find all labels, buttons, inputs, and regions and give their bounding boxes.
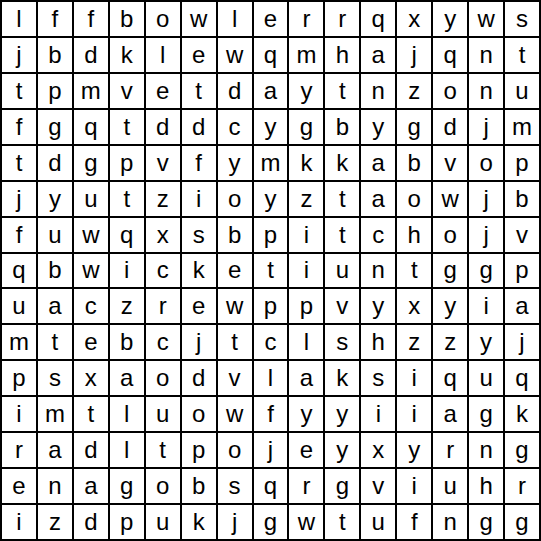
grid-cell[interactable]: n bbox=[432, 504, 468, 540]
grid-cell[interactable]: m bbox=[1, 324, 37, 360]
grid-cell[interactable]: a bbox=[432, 396, 468, 432]
grid-cell[interactable]: a bbox=[109, 360, 145, 396]
grid-cell[interactable]: l bbox=[109, 396, 145, 432]
grid-cell[interactable]: d bbox=[145, 109, 181, 145]
grid-cell[interactable]: u bbox=[37, 217, 73, 253]
grid-cell[interactable]: t bbox=[37, 324, 73, 360]
grid-cell[interactable]: o bbox=[145, 1, 181, 37]
grid-cell[interactable]: r bbox=[288, 1, 324, 37]
grid-cell[interactable]: x bbox=[145, 217, 181, 253]
grid-cell[interactable]: t bbox=[1, 73, 37, 109]
grid-cell[interactable]: f bbox=[181, 145, 217, 181]
grid-cell[interactable]: c bbox=[145, 324, 181, 360]
grid-cell[interactable]: a bbox=[73, 468, 109, 504]
grid-cell[interactable]: l bbox=[109, 432, 145, 468]
grid-cell[interactable]: j bbox=[217, 504, 253, 540]
grid-cell[interactable]: d bbox=[217, 73, 253, 109]
grid-cell[interactable]: l bbox=[145, 37, 181, 73]
grid-cell[interactable]: v bbox=[504, 217, 540, 253]
grid-cell[interactable]: n bbox=[37, 468, 73, 504]
grid-cell[interactable]: g bbox=[324, 468, 360, 504]
grid-cell[interactable]: z bbox=[109, 288, 145, 324]
grid-cell[interactable]: t bbox=[181, 73, 217, 109]
grid-cell[interactable]: g bbox=[468, 504, 504, 540]
grid-cell[interactable]: o bbox=[468, 145, 504, 181]
grid-cell[interactable]: j bbox=[396, 37, 432, 73]
grid-cell[interactable]: u bbox=[73, 181, 109, 217]
grid-cell[interactable]: g bbox=[396, 109, 432, 145]
grid-cell[interactable]: p bbox=[253, 217, 289, 253]
grid-cell[interactable]: b bbox=[37, 37, 73, 73]
grid-cell[interactable]: o bbox=[181, 396, 217, 432]
grid-cell[interactable]: u bbox=[360, 504, 396, 540]
grid-cell[interactable]: i bbox=[396, 396, 432, 432]
grid-cell[interactable]: y bbox=[432, 1, 468, 37]
grid-cell[interactable]: q bbox=[360, 1, 396, 37]
grid-cell[interactable]: c bbox=[360, 217, 396, 253]
grid-cell[interactable]: y bbox=[324, 432, 360, 468]
grid-cell[interactable]: i bbox=[468, 288, 504, 324]
grid-cell[interactable]: w bbox=[288, 504, 324, 540]
grid-cell[interactable]: r bbox=[1, 432, 37, 468]
grid-cell[interactable]: c bbox=[217, 109, 253, 145]
grid-cell[interactable]: u bbox=[324, 253, 360, 289]
grid-cell[interactable]: b bbox=[504, 181, 540, 217]
grid-cell[interactable]: e bbox=[253, 1, 289, 37]
grid-cell[interactable]: y bbox=[288, 73, 324, 109]
grid-cell[interactable]: z bbox=[432, 324, 468, 360]
grid-cell[interactable]: e bbox=[145, 73, 181, 109]
grid-cell[interactable]: t bbox=[324, 504, 360, 540]
grid-cell[interactable]: m bbox=[73, 73, 109, 109]
grid-cell[interactable]: k bbox=[109, 37, 145, 73]
grid-cell[interactable]: d bbox=[73, 37, 109, 73]
grid-cell[interactable]: a bbox=[288, 360, 324, 396]
grid-cell[interactable]: l bbox=[217, 1, 253, 37]
grid-cell[interactable]: i bbox=[288, 253, 324, 289]
grid-cell[interactable]: s bbox=[181, 217, 217, 253]
grid-cell[interactable]: z bbox=[396, 324, 432, 360]
grid-cell[interactable]: l bbox=[288, 324, 324, 360]
grid-cell[interactable]: g bbox=[37, 109, 73, 145]
grid-cell[interactable]: w bbox=[73, 217, 109, 253]
grid-cell[interactable]: i bbox=[288, 217, 324, 253]
grid-cell[interactable]: p bbox=[109, 145, 145, 181]
grid-cell[interactable]: m bbox=[37, 396, 73, 432]
grid-cell[interactable]: y bbox=[360, 288, 396, 324]
grid-cell[interactable]: k bbox=[181, 504, 217, 540]
grid-cell[interactable]: g bbox=[73, 145, 109, 181]
grid-cell[interactable]: v bbox=[145, 145, 181, 181]
grid-cell[interactable]: h bbox=[396, 217, 432, 253]
grid-cell[interactable]: d bbox=[181, 360, 217, 396]
grid-cell[interactable]: o bbox=[432, 73, 468, 109]
grid-cell[interactable]: q bbox=[432, 37, 468, 73]
grid-cell[interactable]: v bbox=[432, 145, 468, 181]
word-search-board: lffbowlerrqxywsjbdklewqmhajqnttpmvetdayt… bbox=[0, 0, 541, 541]
grid-cell[interactable]: m bbox=[253, 145, 289, 181]
grid-cell[interactable]: y bbox=[217, 145, 253, 181]
grid-cell[interactable]: o bbox=[145, 468, 181, 504]
grid-cell[interactable]: f bbox=[1, 109, 37, 145]
grid-cell[interactable]: p bbox=[109, 504, 145, 540]
grid-cell[interactable]: g bbox=[109, 468, 145, 504]
grid-cell[interactable]: o bbox=[396, 181, 432, 217]
grid-cell[interactable]: e bbox=[1, 468, 37, 504]
grid-cell[interactable]: y bbox=[468, 324, 504, 360]
grid-cell[interactable]: a bbox=[360, 37, 396, 73]
grid-cell[interactable]: e bbox=[181, 37, 217, 73]
grid-cell[interactable]: f bbox=[37, 1, 73, 37]
grid-cell[interactable]: a bbox=[37, 432, 73, 468]
grid-cell[interactable]: n bbox=[468, 73, 504, 109]
grid-cell[interactable]: w bbox=[468, 1, 504, 37]
grid-cell[interactable]: r bbox=[145, 288, 181, 324]
grid-cell[interactable]: b bbox=[109, 324, 145, 360]
grid-cell[interactable]: k bbox=[181, 253, 217, 289]
grid-cell[interactable]: w bbox=[73, 253, 109, 289]
grid-cell[interactable]: h bbox=[468, 468, 504, 504]
grid-cell[interactable]: t bbox=[145, 432, 181, 468]
grid-cell[interactable]: x bbox=[360, 432, 396, 468]
grid-cell[interactable]: t bbox=[504, 37, 540, 73]
grid-cell[interactable]: p bbox=[253, 288, 289, 324]
grid-cell[interactable]: p bbox=[288, 288, 324, 324]
grid-cell[interactable]: f bbox=[1, 217, 37, 253]
grid-cell[interactable]: i bbox=[1, 504, 37, 540]
grid-cell[interactable]: w bbox=[181, 1, 217, 37]
grid-cell[interactable]: o bbox=[217, 432, 253, 468]
grid-cell[interactable]: s bbox=[217, 468, 253, 504]
grid-cell[interactable]: g bbox=[468, 396, 504, 432]
grid-cell[interactable]: t bbox=[109, 181, 145, 217]
grid-cell[interactable]: f bbox=[73, 1, 109, 37]
grid-cell[interactable]: x bbox=[396, 1, 432, 37]
grid-cell[interactable]: p bbox=[37, 73, 73, 109]
grid-cell[interactable]: p bbox=[504, 145, 540, 181]
grid-cell[interactable]: s bbox=[504, 1, 540, 37]
grid-cell[interactable]: u bbox=[145, 504, 181, 540]
grid-cell[interactable]: t bbox=[1, 145, 37, 181]
grid-cell[interactable]: l bbox=[253, 360, 289, 396]
grid-cell[interactable]: t bbox=[324, 217, 360, 253]
grid-cell[interactable]: a bbox=[253, 73, 289, 109]
grid-cell[interactable]: j bbox=[1, 37, 37, 73]
grid-cell[interactable]: r bbox=[504, 468, 540, 504]
grid-cell[interactable]: b bbox=[37, 253, 73, 289]
grid-cell[interactable]: a bbox=[504, 288, 540, 324]
grid-cell[interactable]: y bbox=[360, 109, 396, 145]
grid-cell[interactable]: t bbox=[109, 109, 145, 145]
grid-cell[interactable]: i bbox=[396, 360, 432, 396]
grid-cell[interactable]: g bbox=[253, 504, 289, 540]
grid-cell[interactable]: y bbox=[37, 181, 73, 217]
grid-cell[interactable]: r bbox=[432, 432, 468, 468]
grid-cell[interactable]: y bbox=[253, 109, 289, 145]
grid-cell[interactable]: g bbox=[432, 253, 468, 289]
grid-cell[interactable]: m bbox=[288, 37, 324, 73]
grid-cell[interactable]: b bbox=[324, 109, 360, 145]
grid-cell[interactable]: y bbox=[253, 181, 289, 217]
grid-cell[interactable]: q bbox=[504, 360, 540, 396]
grid-cell[interactable]: t bbox=[324, 73, 360, 109]
grid-cell[interactable]: f bbox=[396, 504, 432, 540]
grid-cell[interactable]: i bbox=[1, 396, 37, 432]
grid-cell[interactable]: w bbox=[217, 37, 253, 73]
grid-cell[interactable]: t bbox=[324, 181, 360, 217]
grid-cell[interactable]: d bbox=[181, 109, 217, 145]
grid-cell[interactable]: c bbox=[73, 288, 109, 324]
grid-cell[interactable]: q bbox=[253, 37, 289, 73]
grid-cell[interactable]: y bbox=[324, 396, 360, 432]
grid-cell[interactable]: t bbox=[396, 253, 432, 289]
grid-cell[interactable]: a bbox=[37, 288, 73, 324]
grid-cell[interactable]: d bbox=[73, 432, 109, 468]
grid-cell[interactable]: v bbox=[109, 73, 145, 109]
grid-cell[interactable]: n bbox=[360, 253, 396, 289]
grid-cell[interactable]: i bbox=[181, 181, 217, 217]
grid-cell[interactable]: t bbox=[253, 253, 289, 289]
grid-cell[interactable]: w bbox=[432, 181, 468, 217]
grid-cell[interactable]: o bbox=[145, 360, 181, 396]
grid-cell[interactable]: n bbox=[468, 432, 504, 468]
grid-cell[interactable]: j bbox=[468, 181, 504, 217]
grid-cell[interactable]: y bbox=[288, 396, 324, 432]
grid-cell[interactable]: e bbox=[73, 324, 109, 360]
grid-cell[interactable]: p bbox=[1, 360, 37, 396]
grid-cell[interactable]: f bbox=[253, 396, 289, 432]
grid-cell[interactable]: i bbox=[109, 253, 145, 289]
grid-cell[interactable]: e bbox=[288, 432, 324, 468]
grid-cell[interactable]: j bbox=[1, 181, 37, 217]
grid-cell[interactable]: t bbox=[73, 396, 109, 432]
grid-cell[interactable]: g bbox=[288, 109, 324, 145]
grid-cell[interactable]: d bbox=[73, 504, 109, 540]
grid-cell[interactable]: y bbox=[432, 288, 468, 324]
grid-cell[interactable]: n bbox=[360, 73, 396, 109]
grid-cell[interactable]: t bbox=[217, 324, 253, 360]
grid-cell[interactable]: k bbox=[288, 145, 324, 181]
grid-cell[interactable]: k bbox=[324, 360, 360, 396]
grid-cell[interactable]: p bbox=[181, 432, 217, 468]
grid-cell[interactable]: w bbox=[217, 288, 253, 324]
grid-cell[interactable]: u bbox=[145, 396, 181, 432]
grid-cell[interactable]: k bbox=[324, 145, 360, 181]
grid-cell[interactable]: b bbox=[109, 1, 145, 37]
grid-cell[interactable]: l bbox=[1, 1, 37, 37]
grid-cell[interactable]: o bbox=[432, 217, 468, 253]
grid-cell[interactable]: m bbox=[504, 109, 540, 145]
grid-cell[interactable]: g bbox=[504, 432, 540, 468]
grid-cell[interactable]: i bbox=[360, 396, 396, 432]
grid-cell[interactable]: c bbox=[145, 253, 181, 289]
grid-cell[interactable]: u bbox=[504, 73, 540, 109]
grid-cell[interactable]: s bbox=[324, 324, 360, 360]
grid-cell[interactable]: x bbox=[73, 360, 109, 396]
grid-cell[interactable]: j bbox=[181, 324, 217, 360]
grid-cell[interactable]: q bbox=[73, 109, 109, 145]
grid-cell[interactable]: u bbox=[1, 288, 37, 324]
grid-cell[interactable]: d bbox=[432, 109, 468, 145]
grid-cell[interactable]: o bbox=[217, 181, 253, 217]
grid-cell[interactable]: v bbox=[360, 468, 396, 504]
grid-cell[interactable]: u bbox=[432, 468, 468, 504]
grid-cell[interactable]: g bbox=[468, 253, 504, 289]
grid-cell[interactable]: q bbox=[1, 253, 37, 289]
grid-cell[interactable]: e bbox=[181, 288, 217, 324]
grid-cell[interactable]: e bbox=[217, 253, 253, 289]
grid-cell[interactable]: v bbox=[217, 360, 253, 396]
grid-cell[interactable]: b bbox=[396, 145, 432, 181]
grid-cell[interactable]: x bbox=[396, 288, 432, 324]
grid-cell[interactable]: i bbox=[396, 468, 432, 504]
grid-cell[interactable]: d bbox=[37, 145, 73, 181]
grid-cell[interactable]: z bbox=[37, 504, 73, 540]
grid-cell[interactable]: q bbox=[253, 468, 289, 504]
grid-cell[interactable]: r bbox=[324, 1, 360, 37]
grid-cell[interactable]: j bbox=[504, 324, 540, 360]
grid-cell[interactable]: a bbox=[360, 145, 396, 181]
grid-cell[interactable]: a bbox=[360, 181, 396, 217]
grid-cell[interactable]: z bbox=[396, 73, 432, 109]
grid-cell[interactable]: y bbox=[396, 432, 432, 468]
grid-cell[interactable]: j bbox=[253, 432, 289, 468]
grid-cell[interactable]: p bbox=[504, 253, 540, 289]
grid-cell[interactable]: c bbox=[253, 324, 289, 360]
grid-cell[interactable]: h bbox=[324, 37, 360, 73]
grid-cell[interactable]: n bbox=[468, 37, 504, 73]
grid-cell[interactable]: w bbox=[217, 396, 253, 432]
grid-cell[interactable]: j bbox=[468, 109, 504, 145]
grid-cell[interactable]: s bbox=[37, 360, 73, 396]
grid-cell[interactable]: q bbox=[109, 217, 145, 253]
grid-cell[interactable]: h bbox=[360, 324, 396, 360]
grid-cell[interactable]: j bbox=[468, 217, 504, 253]
grid-cell[interactable]: z bbox=[288, 181, 324, 217]
grid-cell[interactable]: v bbox=[324, 288, 360, 324]
grid-cell[interactable]: r bbox=[288, 468, 324, 504]
grid-cell[interactable]: b bbox=[217, 217, 253, 253]
grid-cell[interactable]: k bbox=[504, 396, 540, 432]
grid-cell[interactable]: u bbox=[468, 360, 504, 396]
grid-cell[interactable]: g bbox=[504, 504, 540, 540]
grid-cell[interactable]: s bbox=[360, 360, 396, 396]
grid-cell[interactable]: q bbox=[432, 360, 468, 396]
grid-cell[interactable]: z bbox=[145, 181, 181, 217]
grid-cell[interactable]: b bbox=[181, 468, 217, 504]
